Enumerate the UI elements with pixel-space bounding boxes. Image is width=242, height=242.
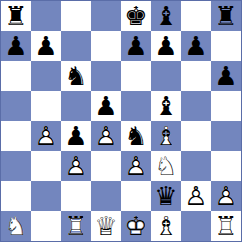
square-h2[interactable]: ♟♙	[211, 181, 241, 211]
piece-fill: ♚	[121, 1, 151, 31]
piece-fill: ♟	[121, 31, 151, 61]
black-pawn: ♟	[211, 61, 241, 91]
white-pawn: ♟♙	[121, 151, 151, 181]
square-a7[interactable]: ♟	[1, 31, 31, 61]
square-g7[interactable]: ♟	[181, 31, 211, 61]
square-g8[interactable]	[181, 1, 211, 31]
square-d2[interactable]	[91, 181, 121, 211]
black-queen: ♛	[151, 181, 181, 211]
square-h1[interactable]: ♜♖	[211, 211, 241, 241]
square-d7[interactable]	[91, 31, 121, 61]
square-b4[interactable]: ♟♙	[31, 121, 61, 151]
piece-outline: ♗	[151, 211, 181, 241]
square-f7[interactable]: ♟	[151, 31, 181, 61]
black-pawn: ♟	[121, 31, 151, 61]
square-g3[interactable]	[181, 151, 211, 181]
square-b5[interactable]	[31, 91, 61, 121]
square-e3[interactable]: ♟♙	[121, 151, 151, 181]
chess-board: ♜♚♝♜♟♟♟♟♟♞♟♟♝♟♙♟♟♙♞♝♗♟♙♟♙♞♘♛♟♙♟♙♞♘♜♖♛♕♚♔…	[0, 0, 242, 242]
square-g4[interactable]	[181, 121, 211, 151]
white-knight: ♞♘	[151, 151, 181, 181]
square-g2[interactable]: ♟♙	[181, 181, 211, 211]
piece-outline: ♔	[121, 211, 151, 241]
square-h6[interactable]: ♟	[211, 61, 241, 91]
square-a6[interactable]	[1, 61, 31, 91]
square-c6[interactable]: ♞	[61, 61, 91, 91]
piece-outline: ♙	[31, 121, 61, 151]
black-pawn: ♟	[31, 31, 61, 61]
square-b3[interactable]	[31, 151, 61, 181]
white-bishop: ♝♗	[151, 211, 181, 241]
square-f1[interactable]: ♝♗	[151, 211, 181, 241]
square-a4[interactable]	[1, 121, 31, 151]
square-h5[interactable]	[211, 91, 241, 121]
white-rook: ♜♖	[61, 211, 91, 241]
black-king: ♚	[121, 1, 151, 31]
square-h7[interactable]	[211, 31, 241, 61]
square-f6[interactable]	[151, 61, 181, 91]
white-pawn: ♟♙	[61, 151, 91, 181]
white-pawn: ♟♙	[91, 121, 121, 151]
square-e1[interactable]: ♚♔	[121, 211, 151, 241]
piece-outline: ♙	[211, 181, 241, 211]
square-e5[interactable]	[121, 91, 151, 121]
square-b8[interactable]	[31, 1, 61, 31]
square-d5[interactable]: ♟	[91, 91, 121, 121]
black-rook: ♜	[1, 1, 31, 31]
square-e7[interactable]: ♟	[121, 31, 151, 61]
square-c2[interactable]	[61, 181, 91, 211]
piece-outline: ♖	[61, 211, 91, 241]
piece-fill: ♞	[121, 121, 151, 151]
black-knight: ♞	[61, 61, 91, 91]
square-e4[interactable]: ♞	[121, 121, 151, 151]
square-g5[interactable]	[181, 91, 211, 121]
square-a1[interactable]: ♞♘	[1, 211, 31, 241]
square-c7[interactable]	[61, 31, 91, 61]
black-pawn: ♟	[151, 31, 181, 61]
square-b2[interactable]	[31, 181, 61, 211]
square-h3[interactable]	[211, 151, 241, 181]
square-d1[interactable]: ♛♕	[91, 211, 121, 241]
white-pawn: ♟♙	[181, 181, 211, 211]
square-a3[interactable]	[1, 151, 31, 181]
square-c5[interactable]	[61, 91, 91, 121]
square-a2[interactable]	[1, 181, 31, 211]
square-e6[interactable]	[121, 61, 151, 91]
piece-fill: ♝	[151, 91, 181, 121]
black-pawn: ♟	[61, 121, 91, 151]
black-pawn: ♟	[181, 31, 211, 61]
square-c3[interactable]: ♟♙	[61, 151, 91, 181]
piece-fill: ♛	[151, 181, 181, 211]
black-bishop: ♝	[151, 91, 181, 121]
square-b7[interactable]: ♟	[31, 31, 61, 61]
piece-fill: ♟	[91, 91, 121, 121]
black-knight: ♞	[121, 121, 151, 151]
square-h8[interactable]: ♜	[211, 1, 241, 31]
piece-outline: ♗	[151, 121, 181, 151]
black-bishop: ♝	[151, 1, 181, 31]
piece-fill: ♟	[151, 31, 181, 61]
square-d4[interactable]: ♟♙	[91, 121, 121, 151]
square-c1[interactable]: ♜♖	[61, 211, 91, 241]
square-g1[interactable]	[181, 211, 211, 241]
square-c8[interactable]	[61, 1, 91, 31]
square-h4[interactable]	[211, 121, 241, 151]
piece-outline: ♙	[181, 181, 211, 211]
square-b6[interactable]	[31, 61, 61, 91]
square-d6[interactable]	[91, 61, 121, 91]
piece-fill: ♟	[1, 31, 31, 61]
square-e8[interactable]: ♚	[121, 1, 151, 31]
square-e2[interactable]	[121, 181, 151, 211]
square-a8[interactable]: ♜	[1, 1, 31, 31]
piece-outline: ♙	[91, 121, 121, 151]
white-knight: ♞♘	[1, 211, 31, 241]
square-d3[interactable]	[91, 151, 121, 181]
piece-outline: ♘	[151, 151, 181, 181]
piece-fill: ♜	[211, 1, 241, 31]
black-pawn: ♟	[1, 31, 31, 61]
white-bishop: ♝♗	[151, 121, 181, 151]
piece-fill: ♟	[211, 61, 241, 91]
white-pawn: ♟♙	[31, 121, 61, 151]
square-a5[interactable]	[1, 91, 31, 121]
square-f3[interactable]: ♞♘	[151, 151, 181, 181]
square-f8[interactable]: ♝	[151, 1, 181, 31]
white-rook: ♜♖	[211, 211, 241, 241]
piece-fill: ♟	[31, 31, 61, 61]
piece-outline: ♕	[91, 211, 121, 241]
piece-fill: ♝	[151, 1, 181, 31]
square-f5[interactable]: ♝	[151, 91, 181, 121]
piece-outline: ♖	[211, 211, 241, 241]
square-c4[interactable]: ♟	[61, 121, 91, 151]
square-f2[interactable]: ♛	[151, 181, 181, 211]
piece-outline: ♙	[121, 151, 151, 181]
white-queen: ♛♕	[91, 211, 121, 241]
square-b1[interactable]	[31, 211, 61, 241]
piece-fill: ♟	[61, 121, 91, 151]
piece-fill: ♜	[1, 1, 31, 31]
piece-outline: ♘	[1, 211, 31, 241]
piece-outline: ♙	[61, 151, 91, 181]
square-d8[interactable]	[91, 1, 121, 31]
piece-fill: ♞	[61, 61, 91, 91]
white-pawn: ♟♙	[211, 181, 241, 211]
square-g6[interactable]	[181, 61, 211, 91]
black-rook: ♜	[211, 1, 241, 31]
black-pawn: ♟	[91, 91, 121, 121]
white-king: ♚♔	[121, 211, 151, 241]
piece-fill: ♟	[181, 31, 211, 61]
square-f4[interactable]: ♝♗	[151, 121, 181, 151]
